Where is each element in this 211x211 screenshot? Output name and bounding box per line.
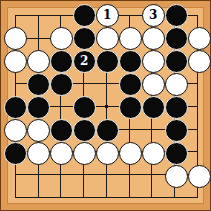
black-stone[interactable] <box>142 96 165 119</box>
stones-layer: 132 <box>4 4 209 209</box>
board-intersection[interactable] <box>165 27 188 50</box>
black-stone[interactable] <box>165 96 188 119</box>
board-intersection[interactable] <box>4 165 27 188</box>
move-number-label: 1 <box>103 9 111 21</box>
board-intersection[interactable] <box>142 165 165 188</box>
board-intersection[interactable]: 2 <box>73 50 96 73</box>
board-intersection[interactable] <box>50 142 73 165</box>
white-stone[interactable] <box>50 27 73 50</box>
black-stone[interactable] <box>27 96 50 119</box>
board-intersection[interactable] <box>142 96 165 119</box>
white-stone[interactable] <box>119 142 142 165</box>
board-intersection[interactable] <box>4 73 27 96</box>
board-intersection[interactable] <box>188 73 211 96</box>
white-stone[interactable] <box>119 27 142 50</box>
white-stone[interactable] <box>96 27 119 50</box>
black-stone[interactable] <box>119 96 142 119</box>
board-intersection[interactable] <box>50 50 73 73</box>
white-stone[interactable] <box>142 50 165 73</box>
black-stone[interactable] <box>73 4 96 27</box>
board-intersection[interactable] <box>142 119 165 142</box>
board-intersection[interactable] <box>119 50 142 73</box>
board-intersection[interactable] <box>73 27 96 50</box>
black-stone[interactable] <box>165 4 188 27</box>
white-stone[interactable] <box>27 142 50 165</box>
board-intersection[interactable] <box>188 4 211 27</box>
white-stone[interactable] <box>142 27 165 50</box>
board-intersection[interactable] <box>165 119 188 142</box>
board-intersection[interactable] <box>119 119 142 142</box>
black-stone[interactable] <box>4 142 27 165</box>
black-stone[interactable] <box>73 96 96 119</box>
board-intersection[interactable] <box>27 96 50 119</box>
board-intersection[interactable] <box>142 188 165 209</box>
black-stone[interactable]: 2 <box>73 50 96 73</box>
black-stone[interactable] <box>50 73 73 96</box>
board-intersection[interactable] <box>165 165 188 188</box>
white-stone[interactable] <box>142 142 165 165</box>
board-intersection[interactable] <box>188 119 211 142</box>
white-stone[interactable] <box>188 27 211 50</box>
white-stone[interactable]: 3 <box>142 4 165 27</box>
board-intersection[interactable] <box>119 96 142 119</box>
black-stone[interactable] <box>96 119 119 142</box>
board-intersection[interactable] <box>27 188 50 209</box>
board-intersection[interactable] <box>27 73 50 96</box>
board-intersection[interactable] <box>50 119 73 142</box>
board-intersection[interactable] <box>96 188 119 209</box>
board-intersection[interactable] <box>27 27 50 50</box>
board-intersection[interactable] <box>50 4 73 27</box>
white-stone[interactable] <box>4 50 27 73</box>
black-stone[interactable] <box>165 27 188 50</box>
board-intersection[interactable] <box>188 50 211 73</box>
board-intersection[interactable] <box>96 96 119 119</box>
board-intersection[interactable] <box>73 142 96 165</box>
white-stone[interactable] <box>73 142 96 165</box>
black-stone[interactable] <box>165 142 188 165</box>
white-stone[interactable] <box>188 50 211 73</box>
board-intersection[interactable] <box>165 4 188 27</box>
board-intersection[interactable] <box>188 188 211 209</box>
black-stone[interactable] <box>119 73 142 96</box>
board-intersection[interactable] <box>73 73 96 96</box>
black-stone[interactable] <box>165 50 188 73</box>
board-intersection[interactable] <box>96 119 119 142</box>
white-stone[interactable]: 1 <box>96 4 119 27</box>
go-board: 132 <box>0 0 211 211</box>
board-intersection[interactable] <box>27 4 50 27</box>
move-number-label: 2 <box>80 55 88 67</box>
white-stone[interactable] <box>27 119 50 142</box>
board-intersection[interactable] <box>165 50 188 73</box>
board-intersection[interactable] <box>188 165 211 188</box>
board-intersection[interactable] <box>96 27 119 50</box>
board-intersection[interactable] <box>50 96 73 119</box>
board-intersection[interactable]: 1 <box>96 4 119 27</box>
board-intersection[interactable] <box>4 4 27 27</box>
board-intersection[interactable] <box>188 96 211 119</box>
board-intersection[interactable] <box>4 96 27 119</box>
white-stone[interactable] <box>96 142 119 165</box>
board-intersection[interactable] <box>73 96 96 119</box>
board-intersection[interactable] <box>73 165 96 188</box>
board-intersection[interactable] <box>50 73 73 96</box>
board-intersection[interactable]: 3 <box>142 4 165 27</box>
board-intersection[interactable] <box>188 142 211 165</box>
black-stone[interactable] <box>50 50 73 73</box>
black-stone[interactable] <box>73 119 96 142</box>
white-stone[interactable] <box>50 142 73 165</box>
black-stone[interactable] <box>50 119 73 142</box>
white-stone[interactable] <box>4 119 27 142</box>
board-intersection[interactable] <box>142 142 165 165</box>
board-intersection[interactable] <box>119 27 142 50</box>
board-intersection[interactable] <box>96 165 119 188</box>
black-stone[interactable] <box>119 50 142 73</box>
board-intersection[interactable] <box>96 142 119 165</box>
board-intersection[interactable] <box>119 142 142 165</box>
board-intersection[interactable] <box>4 142 27 165</box>
black-stone[interactable] <box>165 119 188 142</box>
board-intersection[interactable] <box>165 73 188 96</box>
black-stone[interactable] <box>73 27 96 50</box>
white-stone[interactable] <box>27 50 50 73</box>
board-intersection[interactable] <box>96 50 119 73</box>
board-intersection[interactable] <box>27 50 50 73</box>
board-intersection[interactable] <box>50 188 73 209</box>
move-number-label: 3 <box>149 9 157 21</box>
white-stone[interactable] <box>4 27 27 50</box>
board-intersection[interactable] <box>50 27 73 50</box>
board-intersection[interactable] <box>27 142 50 165</box>
white-stone[interactable] <box>165 73 188 96</box>
board-intersection[interactable] <box>119 165 142 188</box>
board-intersection[interactable] <box>96 73 119 96</box>
board-intersection[interactable] <box>73 188 96 209</box>
black-stone[interactable] <box>27 73 50 96</box>
board-intersection[interactable] <box>27 165 50 188</box>
board-intersection[interactable] <box>4 27 27 50</box>
board-intersection[interactable] <box>119 73 142 96</box>
board-intersection[interactable] <box>4 50 27 73</box>
board-intersection[interactable] <box>188 27 211 50</box>
board-intersection[interactable] <box>119 4 142 27</box>
black-stone[interactable] <box>96 50 119 73</box>
board-intersection[interactable] <box>165 96 188 119</box>
board-intersection[interactable] <box>119 188 142 209</box>
board-intersection[interactable] <box>142 50 165 73</box>
white-stone[interactable] <box>142 73 165 96</box>
board-intersection[interactable] <box>142 27 165 50</box>
board-intersection[interactable] <box>73 4 96 27</box>
board-intersection[interactable] <box>165 188 188 209</box>
board-intersection[interactable] <box>50 165 73 188</box>
board-intersection[interactable] <box>27 119 50 142</box>
board-intersection[interactable] <box>73 119 96 142</box>
board-intersection[interactable] <box>142 73 165 96</box>
white-stone[interactable] <box>188 165 211 188</box>
white-stone[interactable] <box>165 165 188 188</box>
board-intersection[interactable] <box>4 119 27 142</box>
black-stone[interactable] <box>4 96 27 119</box>
board-intersection[interactable] <box>4 188 27 209</box>
board-intersection[interactable] <box>165 142 188 165</box>
